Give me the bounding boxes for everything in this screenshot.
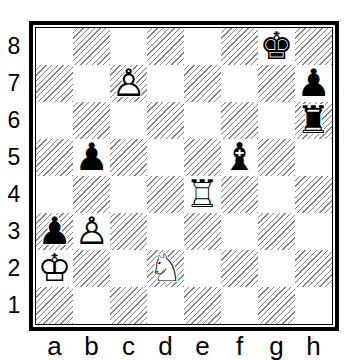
square-b4[interactable]	[73, 176, 110, 213]
square-a2[interactable]: ♚♔	[36, 250, 73, 287]
rank-label-4: 4	[2, 176, 26, 213]
white-pawn[interactable]: ♙	[73, 213, 110, 250]
square-h4[interactable]	[295, 176, 332, 213]
square-h6[interactable]: ♜	[295, 102, 332, 139]
square-b1[interactable]	[73, 287, 110, 324]
square-e5[interactable]	[184, 139, 221, 176]
white-king[interactable]: ♔	[36, 250, 73, 287]
square-h8[interactable]	[295, 28, 332, 65]
square-e7[interactable]	[184, 65, 221, 102]
file-label-d: d	[147, 331, 184, 359]
square-d8[interactable]	[147, 28, 184, 65]
square-f7[interactable]	[221, 65, 258, 102]
square-c1[interactable]	[110, 287, 147, 324]
board-inner: ♚♟♙♟♜♟♝♜♖♟♟♙♚♔♞♘	[35, 27, 333, 325]
chess-board: ♚♟♙♟♜♟♝♜♖♟♟♙♚♔♞♘	[36, 28, 332, 324]
square-b7[interactable]	[73, 65, 110, 102]
black-pawn[interactable]: ♟	[36, 213, 73, 250]
white-rook[interactable]: ♖	[184, 176, 221, 213]
file-label-a: a	[36, 331, 73, 359]
square-f6[interactable]	[221, 102, 258, 139]
square-h1[interactable]	[295, 287, 332, 324]
rank-label-2: 2	[2, 250, 26, 287]
square-h7[interactable]: ♟	[295, 65, 332, 102]
square-f4[interactable]	[221, 176, 258, 213]
file-label-f: f	[221, 331, 258, 359]
square-f5[interactable]: ♝	[221, 139, 258, 176]
square-d5[interactable]	[147, 139, 184, 176]
square-g4[interactable]	[258, 176, 295, 213]
square-g2[interactable]	[258, 250, 295, 287]
square-d6[interactable]	[147, 102, 184, 139]
square-a3[interactable]: ♟	[36, 213, 73, 250]
square-a8[interactable]	[36, 28, 73, 65]
square-h2[interactable]	[295, 250, 332, 287]
square-a4[interactable]	[36, 176, 73, 213]
rank-label-1: 1	[2, 287, 26, 324]
square-a7[interactable]	[36, 65, 73, 102]
square-b5[interactable]: ♟	[73, 139, 110, 176]
square-c6[interactable]	[110, 102, 147, 139]
square-e4[interactable]: ♜♖	[184, 176, 221, 213]
white-pawn[interactable]: ♙	[110, 65, 147, 102]
square-b3[interactable]: ♟♙	[73, 213, 110, 250]
square-e1[interactable]	[184, 287, 221, 324]
file-label-c: c	[110, 331, 147, 359]
square-g1[interactable]	[258, 287, 295, 324]
black-rook[interactable]: ♜	[295, 102, 332, 139]
board-frame: ♚♟♙♟♜♟♝♜♖♟♟♙♚♔♞♘	[29, 21, 339, 331]
square-d7[interactable]	[147, 65, 184, 102]
file-label-e: e	[184, 331, 221, 359]
square-g6[interactable]	[258, 102, 295, 139]
square-e6[interactable]	[184, 102, 221, 139]
square-f2[interactable]	[221, 250, 258, 287]
square-e3[interactable]	[184, 213, 221, 250]
square-g7[interactable]	[258, 65, 295, 102]
rank-label-5: 5	[2, 139, 26, 176]
rank-label-3: 3	[2, 213, 26, 250]
square-c3[interactable]	[110, 213, 147, 250]
square-e2[interactable]	[184, 250, 221, 287]
square-h5[interactable]	[295, 139, 332, 176]
rank-label-8: 8	[2, 28, 26, 65]
black-king[interactable]: ♚	[258, 28, 295, 65]
file-label-h: h	[295, 331, 332, 359]
square-c5[interactable]	[110, 139, 147, 176]
square-g3[interactable]	[258, 213, 295, 250]
square-a1[interactable]	[36, 287, 73, 324]
file-label-g: g	[258, 331, 295, 359]
square-c4[interactable]	[110, 176, 147, 213]
square-f1[interactable]	[221, 287, 258, 324]
square-g5[interactable]	[258, 139, 295, 176]
black-pawn[interactable]: ♟	[73, 139, 110, 176]
square-d4[interactable]	[147, 176, 184, 213]
square-g8[interactable]: ♚	[258, 28, 295, 65]
square-d2[interactable]: ♞♘	[147, 250, 184, 287]
square-b2[interactable]	[73, 250, 110, 287]
file-label-b: b	[73, 331, 110, 359]
square-a5[interactable]	[36, 139, 73, 176]
square-d3[interactable]	[147, 213, 184, 250]
square-f8[interactable]	[221, 28, 258, 65]
square-f3[interactable]	[221, 213, 258, 250]
black-pawn[interactable]: ♟	[295, 65, 332, 102]
black-bishop[interactable]: ♝	[221, 139, 258, 176]
white-knight[interactable]: ♘	[147, 250, 184, 287]
square-d1[interactable]	[147, 287, 184, 324]
square-b6[interactable]	[73, 102, 110, 139]
square-c7[interactable]: ♟♙	[110, 65, 147, 102]
square-c2[interactable]	[110, 250, 147, 287]
square-b8[interactable]	[73, 28, 110, 65]
chess-diagram: 87654321 ♚♟♙♟♜♟♝♜♖♟♟♙♚♔♞♘ abcdefgh	[0, 0, 360, 360]
rank-label-7: 7	[2, 65, 26, 102]
square-h3[interactable]	[295, 213, 332, 250]
rank-label-6: 6	[2, 102, 26, 139]
square-a6[interactable]	[36, 102, 73, 139]
square-e8[interactable]	[184, 28, 221, 65]
square-c8[interactable]	[110, 28, 147, 65]
